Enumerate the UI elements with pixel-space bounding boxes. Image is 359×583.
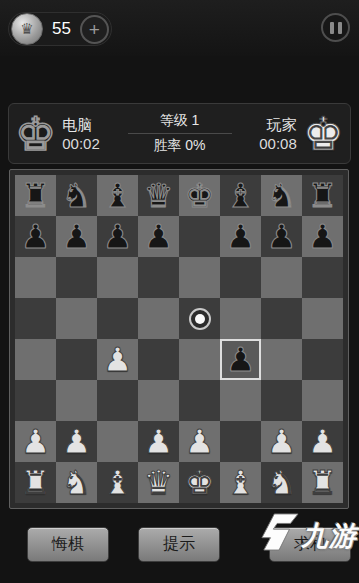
status-panel: ♚ 电脑 00:02 等级 1 胜率 0% 玩家 00:08 ♚	[8, 103, 351, 164]
square-b8[interactable]: ♞	[56, 175, 97, 216]
square-g8[interactable]: ♞	[261, 175, 302, 216]
square-f2[interactable]	[220, 421, 261, 462]
square-f7[interactable]: ♟	[220, 216, 261, 257]
piece-black-knight[interactable]: ♞	[62, 176, 92, 216]
square-e1[interactable]: ♚	[179, 462, 220, 503]
piece-white-pawn[interactable]: ♟	[144, 422, 174, 462]
piece-black-pawn[interactable]: ♟	[144, 217, 174, 257]
coin-counter: ♛ 55 +	[8, 12, 112, 46]
piece-white-pawn[interactable]: ♟	[21, 422, 51, 462]
square-e8[interactable]: ♚	[179, 175, 220, 216]
board-grid: ♜♞♝♛♚♝♞♜♟♟♟♟♟♟♟♟♟♟♟♟♟♟♟♜♞♝♛♚♝♞♜	[15, 175, 343, 503]
square-e7[interactable]	[179, 216, 220, 257]
square-b2[interactable]: ♟	[56, 421, 97, 462]
piece-white-king[interactable]: ♚	[185, 463, 215, 503]
square-e3[interactable]	[179, 380, 220, 421]
square-f4[interactable]: ♟	[220, 339, 261, 380]
piece-white-bishop[interactable]: ♝	[226, 463, 256, 503]
square-h7[interactable]: ♟	[302, 216, 343, 257]
piece-black-pawn[interactable]: ♟	[267, 217, 297, 257]
square-f6[interactable]	[220, 257, 261, 298]
square-d7[interactable]: ♟	[138, 216, 179, 257]
piece-black-knight[interactable]: ♞	[267, 176, 297, 216]
piece-black-pawn[interactable]: ♟	[21, 217, 51, 257]
square-c4[interactable]: ♟	[97, 339, 138, 380]
square-g7[interactable]: ♟	[261, 216, 302, 257]
player-info: 玩家 00:08	[259, 116, 297, 152]
pause-icon	[330, 22, 334, 34]
piece-black-rook[interactable]: ♜	[308, 176, 338, 216]
square-b7[interactable]: ♟	[56, 216, 97, 257]
piece-white-queen[interactable]: ♛	[144, 463, 174, 503]
square-a6[interactable]	[15, 257, 56, 298]
square-d3[interactable]	[138, 380, 179, 421]
square-b3[interactable]	[56, 380, 97, 421]
square-h4[interactable]	[302, 339, 343, 380]
square-f3[interactable]	[220, 380, 261, 421]
piece-white-knight[interactable]: ♞	[62, 463, 92, 503]
chess-app: ♛ 55 + ♚ 电脑 00:02 等级 1 胜率 0% 玩家 00:08 ♚ …	[0, 0, 359, 583]
piece-black-king[interactable]: ♚	[185, 176, 215, 216]
pause-button[interactable]	[321, 13, 350, 42]
computer-label: 电脑	[62, 116, 100, 135]
square-f8[interactable]: ♝	[220, 175, 261, 216]
square-a1[interactable]: ♜	[15, 462, 56, 503]
piece-black-bishop[interactable]: ♝	[103, 176, 133, 216]
square-a5[interactable]	[15, 298, 56, 339]
piece-white-pawn[interactable]: ♟	[103, 340, 133, 380]
add-coins-button[interactable]: +	[80, 15, 109, 44]
square-b1[interactable]: ♞	[56, 462, 97, 503]
square-g6[interactable]	[261, 257, 302, 298]
piece-black-rook[interactable]: ♜	[21, 176, 51, 216]
piece-black-pawn[interactable]: ♟	[62, 217, 92, 257]
square-e6[interactable]	[179, 257, 220, 298]
piece-black-pawn[interactable]: ♟	[226, 340, 256, 380]
piece-white-pawn[interactable]: ♟	[267, 422, 297, 462]
square-d6[interactable]	[138, 257, 179, 298]
square-g4[interactable]	[261, 339, 302, 380]
square-a2[interactable]: ♟	[15, 421, 56, 462]
square-c1[interactable]: ♝	[97, 462, 138, 503]
square-d5[interactable]	[138, 298, 179, 339]
square-h2[interactable]: ♟	[302, 421, 343, 462]
square-a7[interactable]: ♟	[15, 216, 56, 257]
level-label: 等级 1	[160, 112, 200, 133]
square-c5[interactable]	[97, 298, 138, 339]
chess-board: ♜♞♝♛♚♝♞♜♟♟♟♟♟♟♟♟♟♟♟♟♟♟♟♜♞♝♛♚♝♞♜	[9, 169, 349, 509]
square-c8[interactable]: ♝	[97, 175, 138, 216]
square-b4[interactable]	[56, 339, 97, 380]
hint-button[interactable]: 提示	[138, 527, 220, 562]
piece-white-bishop[interactable]: ♝	[103, 463, 133, 503]
win-rate-label: 胜率 0%	[153, 134, 205, 155]
square-h8[interactable]: ♜	[302, 175, 343, 216]
top-bar: ♛ 55 +	[0, 0, 359, 56]
computer-clock: 00:02	[62, 135, 100, 152]
piece-white-rook[interactable]: ♜	[21, 463, 51, 503]
square-h5[interactable]	[302, 298, 343, 339]
offer-draw-button[interactable]: 求和	[269, 527, 351, 562]
square-h3[interactable]	[302, 380, 343, 421]
square-f5[interactable]	[220, 298, 261, 339]
piece-white-pawn[interactable]: ♟	[185, 422, 215, 462]
square-g5[interactable]	[261, 298, 302, 339]
square-g2[interactable]: ♟	[261, 421, 302, 462]
computer-info: 电脑 00:02	[62, 116, 100, 152]
black-king-icon: ♚	[15, 105, 56, 163]
piece-black-pawn[interactable]: ♟	[226, 217, 256, 257]
square-a3[interactable]	[15, 380, 56, 421]
piece-white-knight[interactable]: ♞	[267, 463, 297, 503]
square-c2[interactable]	[97, 421, 138, 462]
piece-black-pawn[interactable]: ♟	[103, 217, 133, 257]
move-origin-dot	[189, 308, 211, 330]
square-g3[interactable]	[261, 380, 302, 421]
square-h1[interactable]: ♜	[302, 462, 343, 503]
piece-white-rook[interactable]: ♜	[308, 463, 338, 503]
square-g1[interactable]: ♞	[261, 462, 302, 503]
coin-count: 55	[43, 19, 80, 39]
square-a4[interactable]	[15, 339, 56, 380]
square-d2[interactable]: ♟	[138, 421, 179, 462]
piece-black-queen[interactable]: ♛	[144, 176, 174, 216]
square-c3[interactable]	[97, 380, 138, 421]
piece-black-pawn[interactable]: ♟	[308, 217, 338, 257]
white-king-icon: ♚	[303, 105, 344, 163]
square-d4[interactable]	[138, 339, 179, 380]
square-b6[interactable]	[56, 257, 97, 298]
square-d1[interactable]: ♛	[138, 462, 179, 503]
undo-move-button[interactable]: 悔棋	[27, 527, 109, 562]
square-h6[interactable]	[302, 257, 343, 298]
square-e2[interactable]: ♟	[179, 421, 220, 462]
player-label: 玩家	[267, 116, 297, 135]
square-b5[interactable]	[56, 298, 97, 339]
piece-white-pawn[interactable]: ♟	[308, 422, 338, 462]
square-c6[interactable]	[97, 257, 138, 298]
piece-black-bishop[interactable]: ♝	[226, 176, 256, 216]
piece-white-pawn[interactable]: ♟	[62, 422, 92, 462]
square-e5[interactable]	[179, 298, 220, 339]
square-e4[interactable]	[179, 339, 220, 380]
square-c7[interactable]: ♟	[97, 216, 138, 257]
player-clock: 00:08	[259, 135, 297, 152]
square-f1[interactable]: ♝	[220, 462, 261, 503]
square-d8[interactable]: ♛	[138, 175, 179, 216]
game-level-info: 等级 1 胜率 0%	[106, 112, 253, 155]
coin-icon: ♛	[11, 13, 43, 45]
square-a8[interactable]: ♜	[15, 175, 56, 216]
